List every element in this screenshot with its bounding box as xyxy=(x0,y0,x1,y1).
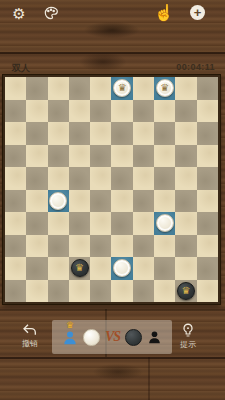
player2-avatar-icon xyxy=(147,329,162,345)
board-cell[interactable] xyxy=(5,280,26,303)
board-cell[interactable] xyxy=(197,280,218,303)
board-cell[interactable] xyxy=(133,257,154,280)
board-cell[interactable] xyxy=(133,167,154,190)
board-cell[interactable] xyxy=(197,257,218,280)
board-cell[interactable] xyxy=(197,77,218,100)
board-cell[interactable] xyxy=(69,145,90,168)
board-cell[interactable]: ♛ xyxy=(111,77,132,100)
board-cell[interactable]: ♛ xyxy=(154,77,175,100)
board-cell[interactable] xyxy=(175,77,196,100)
board-cell[interactable] xyxy=(111,280,132,303)
board-cell[interactable]: ♛ xyxy=(175,280,196,303)
board-cell[interactable] xyxy=(90,167,111,190)
white-man-piece[interactable] xyxy=(49,192,67,210)
board-cell[interactable] xyxy=(90,190,111,213)
board-cell[interactable] xyxy=(197,167,218,190)
board-cell[interactable] xyxy=(48,212,69,235)
player1-avatar-icon xyxy=(62,329,78,346)
board-cell[interactable] xyxy=(5,77,26,100)
board-cell[interactable] xyxy=(26,190,47,213)
board-cell[interactable] xyxy=(48,167,69,190)
wood-seam xyxy=(148,357,150,400)
board-cell[interactable] xyxy=(69,190,90,213)
vs-label: VS xyxy=(105,329,120,345)
board-cell[interactable] xyxy=(154,212,175,235)
board-cell[interactable] xyxy=(175,212,196,235)
board-cell[interactable] xyxy=(175,190,196,213)
board-cell[interactable] xyxy=(48,280,69,303)
board-cell[interactable] xyxy=(111,100,132,123)
board-cell[interactable] xyxy=(69,167,90,190)
board-cell[interactable] xyxy=(175,100,196,123)
board-cell[interactable] xyxy=(26,122,47,145)
board-cell[interactable] xyxy=(48,190,69,213)
board-cell[interactable] xyxy=(5,190,26,213)
white-king-piece[interactable]: ♛ xyxy=(156,79,174,97)
board-cell[interactable] xyxy=(69,77,90,100)
board-cell[interactable] xyxy=(90,257,111,280)
board-cell[interactable] xyxy=(90,100,111,123)
lightbulb-icon xyxy=(181,323,195,338)
board-cell[interactable] xyxy=(133,122,154,145)
board-cell[interactable] xyxy=(154,190,175,213)
board-cell[interactable] xyxy=(175,145,196,168)
board-cell[interactable] xyxy=(48,145,69,168)
board-cell[interactable] xyxy=(26,257,47,280)
wood-seam xyxy=(0,357,225,359)
board-cell[interactable] xyxy=(133,145,154,168)
leader-crown-icon: ♛ xyxy=(66,320,74,330)
board-cell[interactable] xyxy=(26,280,47,303)
board-cell[interactable] xyxy=(26,100,47,123)
undo-arrow-icon xyxy=(22,323,38,337)
board-cell[interactable] xyxy=(5,257,26,280)
board-cell[interactable] xyxy=(111,122,132,145)
players-panel: ♛ VS xyxy=(52,320,172,354)
board-cell[interactable] xyxy=(197,212,218,235)
board-cell[interactable] xyxy=(154,100,175,123)
board-cell[interactable] xyxy=(154,145,175,168)
board-cell[interactable] xyxy=(154,235,175,258)
board-cell[interactable] xyxy=(5,100,26,123)
board-cell[interactable] xyxy=(5,235,26,258)
board-grid[interactable]: ♛♛♛♛ xyxy=(3,75,220,304)
board-cell[interactable] xyxy=(90,145,111,168)
white-man-piece[interactable] xyxy=(113,259,131,277)
board-cell[interactable] xyxy=(111,257,132,280)
board-cell[interactable] xyxy=(197,100,218,123)
board-cell[interactable] xyxy=(69,280,90,303)
board-cell[interactable] xyxy=(154,257,175,280)
board-cell[interactable] xyxy=(133,235,154,258)
board-cell[interactable] xyxy=(133,280,154,303)
crown-icon: ♛ xyxy=(182,286,191,296)
board-cell[interactable] xyxy=(133,190,154,213)
wood-seam xyxy=(0,309,225,311)
app-screen: ⚙ ☝ + 双人 00:04:11 ♛♛♛♛ 撤销 ♛ VS xyxy=(0,0,225,400)
white-man-piece[interactable] xyxy=(156,214,174,232)
board-cell[interactable] xyxy=(5,122,26,145)
board-cell[interactable] xyxy=(197,190,218,213)
board-cell[interactable] xyxy=(111,212,132,235)
board-cell[interactable] xyxy=(133,100,154,123)
board-cell[interactable] xyxy=(133,77,154,100)
board-cell[interactable] xyxy=(175,122,196,145)
board-cell[interactable] xyxy=(26,212,47,235)
board-cell[interactable] xyxy=(111,235,132,258)
board-cell[interactable] xyxy=(48,235,69,258)
board-cell[interactable] xyxy=(197,145,218,168)
board-cell[interactable] xyxy=(90,77,111,100)
mode-label: 双人 xyxy=(12,62,30,75)
board-cell[interactable] xyxy=(90,235,111,258)
board-cell[interactable] xyxy=(175,257,196,280)
board-cell[interactable] xyxy=(69,212,90,235)
board-cell[interactable] xyxy=(48,77,69,100)
board-cell[interactable] xyxy=(90,280,111,303)
crown-icon: ♛ xyxy=(160,83,169,93)
board-cell[interactable] xyxy=(175,235,196,258)
board-cell[interactable] xyxy=(197,122,218,145)
undo-label: 撤销 xyxy=(22,338,38,349)
board-cell[interactable]: ♛ xyxy=(69,257,90,280)
board-cell[interactable] xyxy=(154,280,175,303)
board-cell[interactable] xyxy=(111,145,132,168)
board-cell[interactable] xyxy=(26,145,47,168)
white-king-piece[interactable]: ♛ xyxy=(113,79,131,97)
black-king-piece[interactable]: ♛ xyxy=(71,259,89,277)
board-cell[interactable] xyxy=(111,167,132,190)
board-cell[interactable] xyxy=(5,145,26,168)
board-cell[interactable] xyxy=(111,190,132,213)
black-piece-indicator xyxy=(125,329,142,346)
hand-gesture-icon[interactable]: ☝ xyxy=(155,4,173,22)
palette-icon[interactable] xyxy=(42,4,60,22)
hint-label: 提示 xyxy=(180,339,196,350)
top-toolbar: ⚙ ☝ + xyxy=(0,0,225,26)
white-piece-indicator xyxy=(83,329,100,346)
board-cell[interactable] xyxy=(26,77,47,100)
board-cell[interactable] xyxy=(48,257,69,280)
black-king-piece[interactable]: ♛ xyxy=(177,282,195,300)
board-cell[interactable] xyxy=(154,167,175,190)
board-cell[interactable] xyxy=(5,212,26,235)
board-cell[interactable] xyxy=(90,122,111,145)
wood-seam xyxy=(0,52,225,54)
board-cell[interactable] xyxy=(5,167,26,190)
hint-button[interactable]: 提示 xyxy=(168,323,208,357)
board-cell[interactable] xyxy=(175,167,196,190)
board-cell[interactable] xyxy=(90,212,111,235)
board-cell[interactable] xyxy=(69,100,90,123)
board-cell[interactable] xyxy=(69,235,90,258)
board-cell[interactable] xyxy=(26,167,47,190)
settings-gear-icon[interactable]: ⚙ xyxy=(10,4,28,22)
crown-icon: ♛ xyxy=(75,263,84,273)
board-cell[interactable] xyxy=(154,122,175,145)
board-cell[interactable] xyxy=(48,122,69,145)
add-icon[interactable]: + xyxy=(190,5,205,20)
undo-button[interactable]: 撤销 xyxy=(10,323,50,357)
board-cell[interactable] xyxy=(48,100,69,123)
board-cell[interactable] xyxy=(133,212,154,235)
board-cell[interactable] xyxy=(197,235,218,258)
board-cell[interactable] xyxy=(69,122,90,145)
board-cell[interactable] xyxy=(26,235,47,258)
crown-icon: ♛ xyxy=(118,83,127,93)
game-timer: 00:04:11 xyxy=(176,62,215,72)
